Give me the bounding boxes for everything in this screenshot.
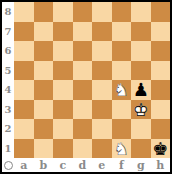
square-e3[interactable] — [92, 100, 112, 120]
square-e1[interactable] — [92, 139, 112, 159]
rank-label-6: 6 — [2, 41, 14, 61]
white-king-icon: ♔ — [131, 100, 151, 120]
file-label-f: f — [112, 158, 132, 172]
white-knight-icon: ♘ — [112, 139, 132, 159]
square-h7[interactable] — [151, 22, 171, 42]
white-knight[interactable]: ♞♘ — [112, 80, 132, 100]
square-h3[interactable] — [151, 100, 171, 120]
square-f3[interactable] — [112, 100, 132, 120]
square-h6[interactable] — [151, 41, 171, 61]
square-a4[interactable] — [14, 80, 34, 100]
file-label-e: e — [92, 158, 112, 172]
rank-label-7: 7 — [2, 22, 14, 42]
square-a5[interactable] — [14, 61, 34, 81]
square-g2[interactable] — [131, 119, 151, 139]
square-g6[interactable] — [131, 41, 151, 61]
square-b5[interactable] — [34, 61, 54, 81]
square-d3[interactable] — [73, 100, 93, 120]
square-g1[interactable] — [131, 139, 151, 159]
white-knight[interactable]: ♞♘ — [112, 139, 132, 159]
square-b2[interactable] — [34, 119, 54, 139]
square-c8[interactable] — [53, 2, 73, 22]
square-b4[interactable] — [34, 80, 54, 100]
square-e8[interactable] — [92, 2, 112, 22]
square-h5[interactable] — [151, 61, 171, 81]
square-d1[interactable] — [73, 139, 93, 159]
square-b1[interactable] — [34, 139, 54, 159]
square-f5[interactable] — [112, 61, 132, 81]
rank-label-2: 2 — [2, 119, 14, 139]
square-a7[interactable] — [14, 22, 34, 42]
square-g7[interactable] — [131, 22, 151, 42]
square-c2[interactable] — [53, 119, 73, 139]
square-a1[interactable] — [14, 139, 34, 159]
square-g5[interactable] — [131, 61, 151, 81]
square-d7[interactable] — [73, 22, 93, 42]
square-a6[interactable] — [14, 41, 34, 61]
square-e7[interactable] — [92, 22, 112, 42]
square-b7[interactable] — [34, 22, 54, 42]
square-b8[interactable] — [34, 2, 54, 22]
chess-diagram: 87654♞♘♟3♚♔21♞♘♚abcdefgh — [0, 0, 172, 174]
black-king[interactable]: ♚ — [151, 139, 171, 159]
file-label-b: b — [34, 158, 54, 172]
square-d8[interactable] — [73, 2, 93, 22]
square-h8[interactable] — [151, 2, 171, 22]
square-c1[interactable] — [53, 139, 73, 159]
black-pawn[interactable]: ♟ — [131, 80, 151, 100]
square-a2[interactable] — [14, 119, 34, 139]
square-d6[interactable] — [73, 41, 93, 61]
square-e2[interactable] — [92, 119, 112, 139]
square-b6[interactable] — [34, 41, 54, 61]
square-b3[interactable] — [34, 100, 54, 120]
file-label-h: h — [151, 158, 171, 172]
square-c5[interactable] — [53, 61, 73, 81]
black-pawn-icon: ♟ — [131, 80, 151, 100]
file-label-a: a — [14, 158, 34, 172]
square-d4[interactable] — [73, 80, 93, 100]
square-f6[interactable] — [112, 41, 132, 61]
file-label-c: c — [53, 158, 73, 172]
square-c4[interactable] — [53, 80, 73, 100]
square-c7[interactable] — [53, 22, 73, 42]
square-g3[interactable]: ♚♔ — [131, 100, 151, 120]
square-g4[interactable]: ♟ — [131, 80, 151, 100]
square-f1[interactable]: ♞♘ — [112, 139, 132, 159]
white-king[interactable]: ♚♔ — [131, 100, 151, 120]
rank-label-8: 8 — [2, 2, 14, 22]
square-c3[interactable] — [53, 100, 73, 120]
square-a8[interactable] — [14, 2, 34, 22]
white-to-move-circle-icon — [4, 161, 13, 170]
square-e4[interactable] — [92, 80, 112, 100]
square-d5[interactable] — [73, 61, 93, 81]
square-h1[interactable]: ♚ — [151, 139, 171, 159]
square-g8[interactable] — [131, 2, 151, 22]
file-label-g: g — [131, 158, 151, 172]
square-h4[interactable] — [151, 80, 171, 100]
white-knight-icon: ♘ — [112, 80, 132, 100]
square-e6[interactable] — [92, 41, 112, 61]
square-d2[interactable] — [73, 119, 93, 139]
square-h2[interactable] — [151, 119, 171, 139]
rank-label-5: 5 — [2, 61, 14, 81]
side-to-move-indicator — [2, 158, 14, 172]
rank-label-3: 3 — [2, 100, 14, 120]
chess-board: 87654♞♘♟3♚♔21♞♘♚abcdefgh — [2, 2, 170, 172]
rank-label-4: 4 — [2, 80, 14, 100]
square-a3[interactable] — [14, 100, 34, 120]
square-f2[interactable] — [112, 119, 132, 139]
square-e5[interactable] — [92, 61, 112, 81]
file-label-d: d — [73, 158, 93, 172]
square-f7[interactable] — [112, 22, 132, 42]
black-king-icon: ♚ — [151, 139, 171, 159]
square-c6[interactable] — [53, 41, 73, 61]
square-f8[interactable] — [112, 2, 132, 22]
rank-label-1: 1 — [2, 139, 14, 159]
square-f4[interactable]: ♞♘ — [112, 80, 132, 100]
